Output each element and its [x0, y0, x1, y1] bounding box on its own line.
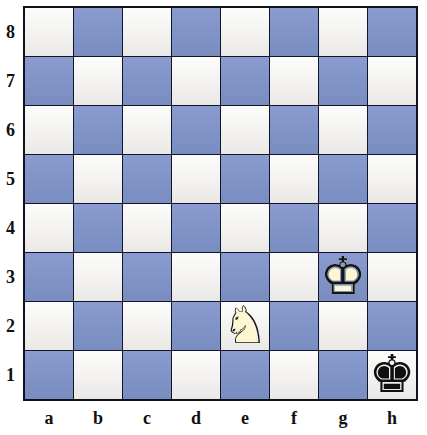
- file-labels: abcdefgh: [25, 404, 416, 432]
- square-a7[interactable]: [25, 57, 73, 105]
- square-d4[interactable]: [172, 204, 220, 252]
- square-a6[interactable]: [25, 106, 73, 154]
- square-c4[interactable]: [123, 204, 171, 252]
- square-g7[interactable]: [319, 57, 367, 105]
- square-h6[interactable]: [368, 106, 416, 154]
- rank-label-3: 3: [0, 253, 21, 301]
- square-a2[interactable]: [25, 302, 73, 350]
- piece-white-knight[interactable]: ♞♘: [221, 302, 269, 350]
- file-label-g: g: [319, 404, 367, 432]
- square-g1[interactable]: [319, 351, 367, 399]
- square-c6[interactable]: [123, 106, 171, 154]
- file-label-e: e: [221, 404, 269, 432]
- square-g2[interactable]: [319, 302, 367, 350]
- square-a3[interactable]: [25, 253, 73, 301]
- square-h1[interactable]: ♚: [368, 351, 416, 399]
- square-h8[interactable]: [368, 8, 416, 56]
- rank-label-6: 6: [0, 106, 21, 154]
- file-label-b: b: [74, 404, 122, 432]
- square-e2[interactable]: ♞♘: [221, 302, 269, 350]
- square-e1[interactable]: [221, 351, 269, 399]
- square-a8[interactable]: [25, 8, 73, 56]
- square-d8[interactable]: [172, 8, 220, 56]
- square-c5[interactable]: [123, 155, 171, 203]
- square-b5[interactable]: [74, 155, 122, 203]
- square-e5[interactable]: [221, 155, 269, 203]
- white-knight-outline-glyph: ♘: [222, 299, 269, 351]
- rank-label-7: 7: [0, 57, 21, 105]
- square-h4[interactable]: [368, 204, 416, 252]
- file-label-d: d: [172, 404, 220, 432]
- square-h2[interactable]: [368, 302, 416, 350]
- rank-label-8: 8: [0, 8, 21, 56]
- rank-labels: 87654321: [0, 8, 21, 399]
- chess-diagram: 87654321 ♚♔♞♘♚ abcdefgh: [0, 0, 427, 435]
- square-g3[interactable]: ♚♔: [319, 253, 367, 301]
- square-f1[interactable]: [270, 351, 318, 399]
- square-g8[interactable]: [319, 8, 367, 56]
- square-b1[interactable]: [74, 351, 122, 399]
- square-d3[interactable]: [172, 253, 220, 301]
- file-label-a: a: [25, 404, 73, 432]
- square-c3[interactable]: [123, 253, 171, 301]
- square-e8[interactable]: [221, 8, 269, 56]
- square-f6[interactable]: [270, 106, 318, 154]
- square-h7[interactable]: [368, 57, 416, 105]
- file-label-c: c: [123, 404, 171, 432]
- square-b6[interactable]: [74, 106, 122, 154]
- square-a1[interactable]: [25, 351, 73, 399]
- square-e3[interactable]: [221, 253, 269, 301]
- square-d1[interactable]: [172, 351, 220, 399]
- rank-label-1: 1: [0, 351, 21, 399]
- square-f5[interactable]: [270, 155, 318, 203]
- rank-label-5: 5: [0, 155, 21, 203]
- square-e6[interactable]: [221, 106, 269, 154]
- square-c2[interactable]: [123, 302, 171, 350]
- square-e7[interactable]: [221, 57, 269, 105]
- square-a4[interactable]: [25, 204, 73, 252]
- square-b7[interactable]: [74, 57, 122, 105]
- file-label-h: h: [368, 404, 416, 432]
- black-king-glyph: ♚: [369, 348, 416, 400]
- square-g5[interactable]: [319, 155, 367, 203]
- square-a5[interactable]: [25, 155, 73, 203]
- square-b3[interactable]: [74, 253, 122, 301]
- square-g6[interactable]: [319, 106, 367, 154]
- piece-black-king[interactable]: ♚: [368, 351, 416, 399]
- square-c1[interactable]: [123, 351, 171, 399]
- square-f4[interactable]: [270, 204, 318, 252]
- square-c8[interactable]: [123, 8, 171, 56]
- square-g4[interactable]: [319, 204, 367, 252]
- square-b4[interactable]: [74, 204, 122, 252]
- square-c7[interactable]: [123, 57, 171, 105]
- square-f3[interactable]: [270, 253, 318, 301]
- square-d7[interactable]: [172, 57, 220, 105]
- square-h3[interactable]: [368, 253, 416, 301]
- file-label-f: f: [270, 404, 318, 432]
- square-f8[interactable]: [270, 8, 318, 56]
- white-king-outline-glyph: ♔: [320, 250, 367, 302]
- square-h5[interactable]: [368, 155, 416, 203]
- square-b2[interactable]: [74, 302, 122, 350]
- rank-label-2: 2: [0, 302, 21, 350]
- square-f2[interactable]: [270, 302, 318, 350]
- square-d5[interactable]: [172, 155, 220, 203]
- square-d6[interactable]: [172, 106, 220, 154]
- square-e4[interactable]: [221, 204, 269, 252]
- rank-label-4: 4: [0, 204, 21, 252]
- square-d2[interactable]: [172, 302, 220, 350]
- square-b8[interactable]: [74, 8, 122, 56]
- square-f7[interactable]: [270, 57, 318, 105]
- chess-board[interactable]: ♚♔♞♘♚: [23, 6, 418, 401]
- piece-white-king[interactable]: ♚♔: [319, 253, 367, 301]
